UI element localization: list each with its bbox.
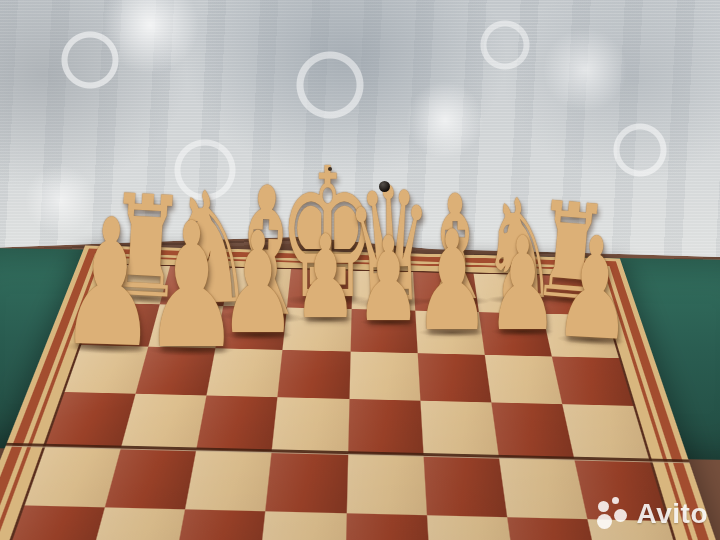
piece-white-pawn-a2: ♟ xyxy=(547,217,641,361)
avito-logo-circle xyxy=(598,501,609,512)
square-g5 xyxy=(105,447,197,509)
square-b4 xyxy=(491,403,574,458)
square-h4 xyxy=(46,392,136,447)
square-c5 xyxy=(423,454,507,516)
piece-white-pawn-e2: ♟ xyxy=(290,220,361,335)
square-a4 xyxy=(562,404,649,459)
square-d5 xyxy=(346,453,426,515)
square-b5 xyxy=(498,456,587,518)
square-c4 xyxy=(420,401,498,456)
square-f5 xyxy=(185,449,272,511)
square-e6 xyxy=(259,511,347,540)
piece-white-pawn-f2: ♟ xyxy=(215,214,302,354)
square-h6 xyxy=(1,505,105,540)
avito-watermark-text: Avito xyxy=(637,498,708,530)
square-e5 xyxy=(266,451,348,513)
king-top-hole xyxy=(328,167,332,171)
square-e4 xyxy=(272,398,349,453)
avito-logo-circle xyxy=(614,509,627,522)
square-f6 xyxy=(173,509,266,540)
square-d6 xyxy=(344,513,430,540)
queen-finial-ball xyxy=(379,181,390,192)
avito-logo-circle xyxy=(612,497,619,504)
square-d4 xyxy=(348,399,423,454)
square-g4 xyxy=(121,394,206,449)
square-f4 xyxy=(197,396,278,451)
square-c6 xyxy=(426,515,516,540)
avito-logo-icon xyxy=(596,496,632,532)
square-d3 xyxy=(349,352,420,401)
avito-watermark: Avito xyxy=(596,496,708,532)
avito-logo-circle xyxy=(597,514,612,529)
chess-set-photo: ♜ ♞ ♝ ♚ ♛ ♝ ♞ ♜ ♟ ♟ ♟ ♟ ♟ ♟ ♟ ♟ Avito xyxy=(0,0,720,540)
